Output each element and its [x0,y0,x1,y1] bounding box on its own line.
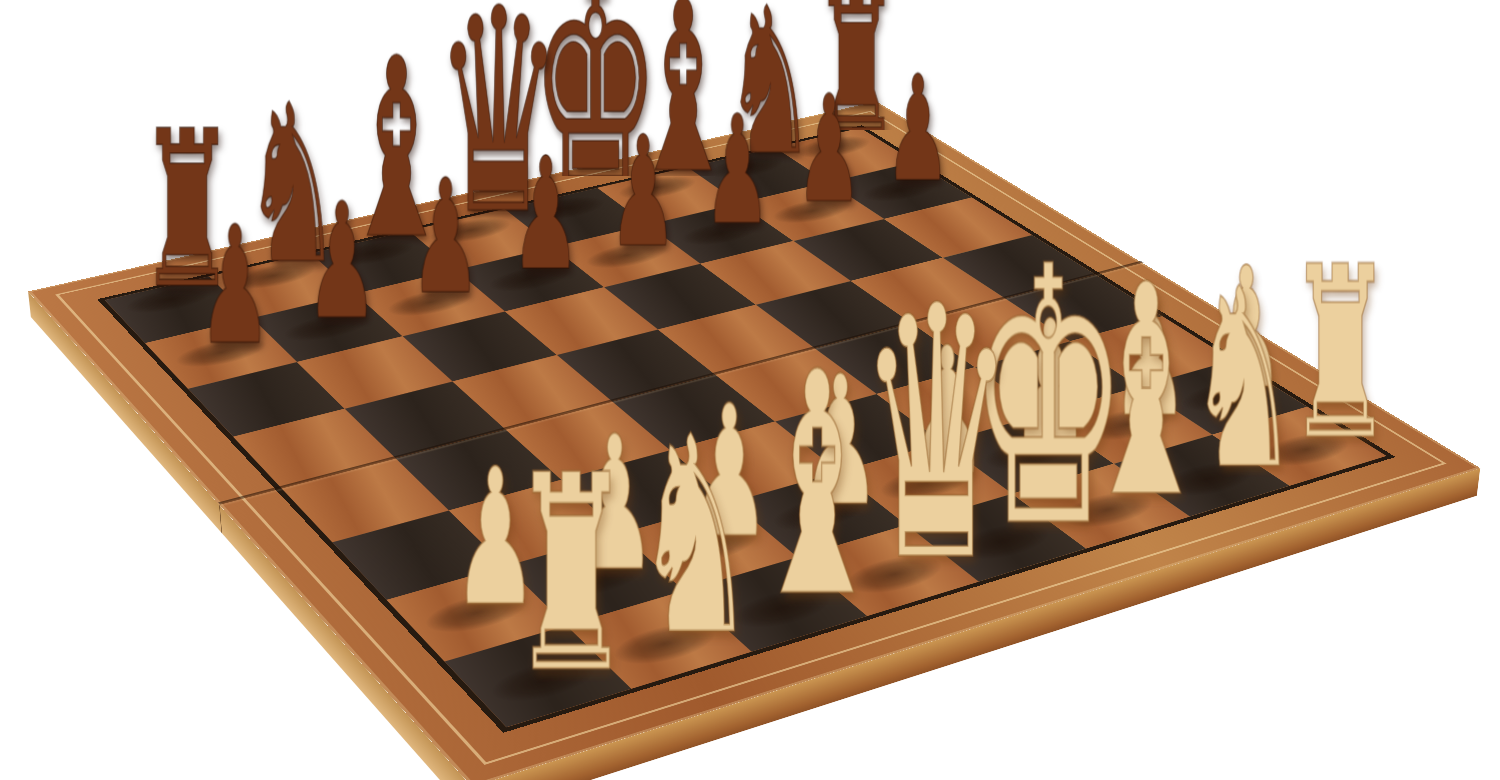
chess-board: ♜♞♝♛♚♝♞♜♟♟♟♟♟♟♟♟♟♟♟♟♟♟♟♟♜♞♝♛♚♝♞♜ [28,101,1480,780]
black-pawn-icon: ♟ [148,205,321,368]
white-rook-icon: ♜ [466,440,676,710]
chess-set-photo: ♜♞♝♛♚♝♞♜♟♟♟♟♟♟♟♟♟♟♟♟♟♟♟♟♜♞♝♛♚♝♞♜ [0,0,1500,780]
